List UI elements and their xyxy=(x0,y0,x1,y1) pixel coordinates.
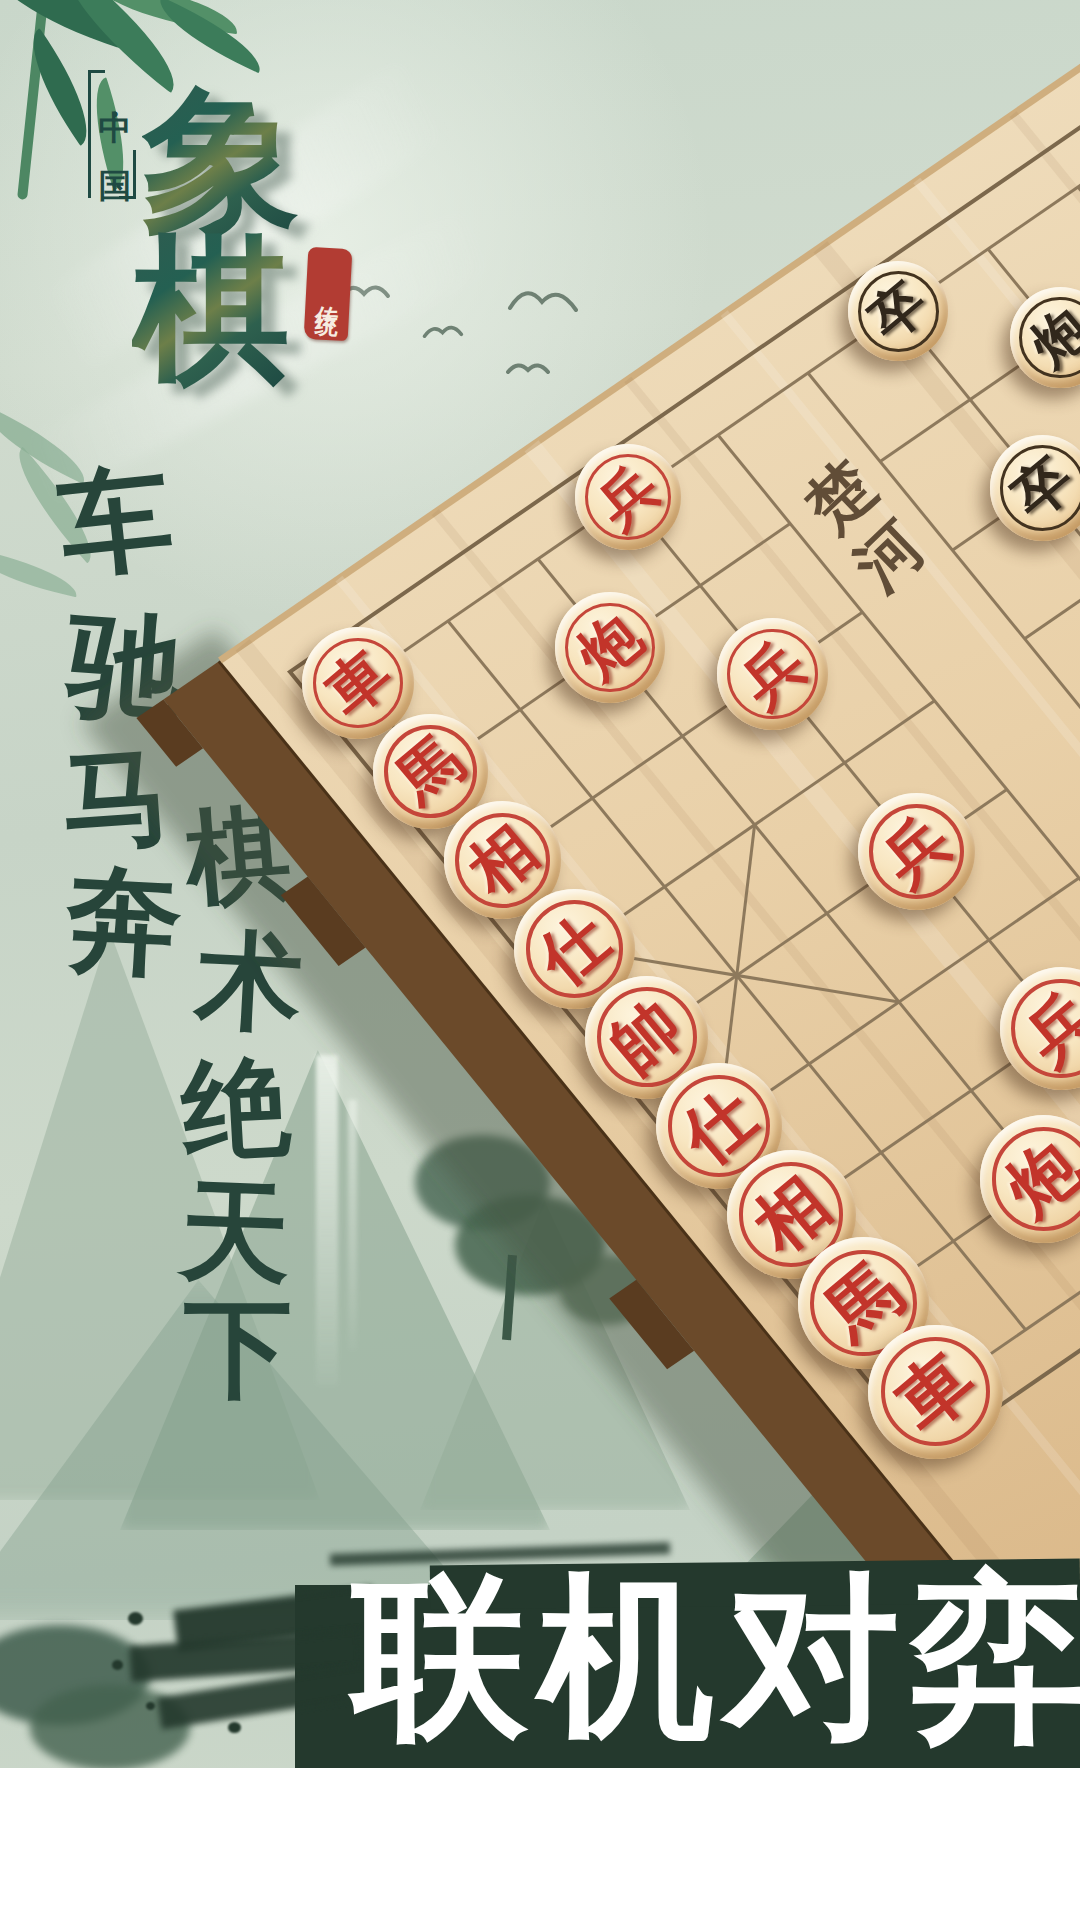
ink-splatter xyxy=(228,1722,241,1733)
online-play-banner[interactable]: 联机对弈 xyxy=(352,1568,1080,1746)
bottom-white-strip xyxy=(0,1768,1080,1920)
poster: 中·国 象 棋 传统 车 驰 马 奔 棋 术 绝 天 下 楚河 車馬卒炮卒兵炮卒… xyxy=(0,0,1080,1768)
ink-splatter xyxy=(128,1612,143,1625)
screen: 中·国 象 棋 传统 车 驰 马 奔 棋 术 绝 天 下 楚河 車馬卒炮卒兵炮卒… xyxy=(0,0,1080,1920)
ink-splatter xyxy=(112,1660,123,1670)
xiangqi-board: 楚河 xyxy=(0,0,1080,1768)
ink-splatter xyxy=(146,1702,155,1710)
